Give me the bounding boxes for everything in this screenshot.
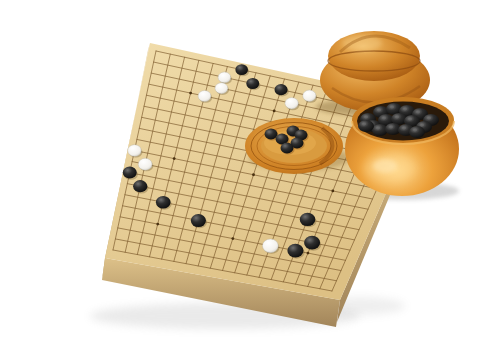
stone-white[interactable] bbox=[218, 72, 231, 83]
stone-white[interactable] bbox=[138, 158, 152, 170]
stone-black[interactable] bbox=[287, 244, 303, 258]
bowl-stone-black bbox=[358, 120, 374, 132]
go-scene-canvas bbox=[0, 0, 500, 346]
hoshi-point bbox=[189, 92, 192, 95]
stone-glint bbox=[376, 127, 380, 130]
stone-glint bbox=[377, 109, 381, 112]
tray-stone-black[interactable] bbox=[265, 129, 278, 140]
tray-stone-black[interactable] bbox=[281, 143, 294, 154]
stone-white[interactable] bbox=[128, 145, 142, 157]
hoshi-point bbox=[252, 173, 255, 176]
stone-black[interactable] bbox=[133, 180, 147, 192]
stone-white[interactable] bbox=[198, 90, 211, 101]
stone-glint bbox=[389, 126, 393, 129]
stone-glint bbox=[408, 118, 412, 121]
stone-black[interactable] bbox=[123, 167, 137, 179]
stone-black[interactable] bbox=[235, 64, 248, 75]
stone-white[interactable] bbox=[285, 98, 298, 109]
stone-glint bbox=[420, 124, 424, 127]
stone-glint bbox=[403, 108, 407, 111]
stone-glint bbox=[362, 123, 366, 126]
hoshi-point bbox=[273, 110, 276, 113]
hoshi-point bbox=[156, 223, 159, 226]
stone-glint bbox=[402, 127, 406, 130]
stone-black[interactable] bbox=[304, 236, 320, 250]
hoshi-point bbox=[307, 252, 310, 255]
stone-glint bbox=[427, 117, 431, 120]
hoshi-point bbox=[331, 190, 334, 193]
stone-black[interactable] bbox=[275, 84, 288, 95]
go-set-photo bbox=[0, 0, 500, 346]
stone-glint bbox=[364, 116, 368, 119]
hoshi-point bbox=[173, 157, 176, 160]
stone-glint bbox=[416, 111, 420, 114]
stone-glint bbox=[413, 129, 417, 132]
stone-black[interactable] bbox=[300, 213, 316, 226]
stone-glint bbox=[390, 106, 394, 109]
open-bowl bbox=[345, 97, 459, 196]
hoshi-point bbox=[231, 237, 234, 240]
stone-white[interactable] bbox=[303, 90, 316, 101]
stone-black[interactable] bbox=[191, 214, 206, 227]
stone-glint bbox=[395, 116, 399, 119]
stone-black[interactable] bbox=[156, 196, 171, 209]
stone-black[interactable] bbox=[246, 78, 259, 89]
stone-white[interactable] bbox=[262, 239, 278, 253]
stone-glint bbox=[382, 117, 386, 120]
bowl-stone-black bbox=[409, 126, 425, 138]
stone-white[interactable] bbox=[215, 83, 228, 94]
bowl-specular-highlight bbox=[373, 159, 397, 173]
